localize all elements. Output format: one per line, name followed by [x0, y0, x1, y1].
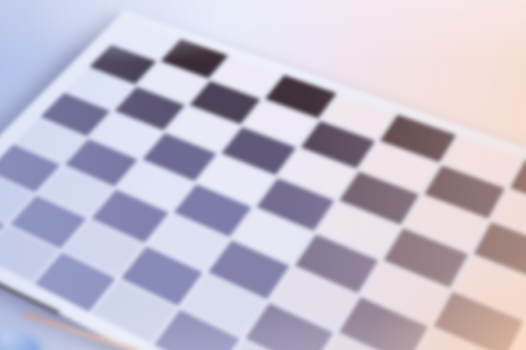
- board-grid: [0, 22, 526, 350]
- checkerboard: [0, 10, 526, 350]
- photo-empty-checkerboard: [0, 0, 526, 350]
- image-plane: [0, 0, 526, 350]
- scene-background: [0, 0, 526, 350]
- blue-object: [0, 325, 44, 350]
